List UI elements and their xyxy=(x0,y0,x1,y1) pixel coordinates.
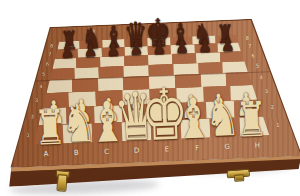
piece-black-pawn-e7: ♟ xyxy=(152,37,166,58)
brass-latch-left xyxy=(51,170,75,196)
product-photo: AABBCCDDEEFFGGHH1122334455667788 ♜♞♝♛♚♝♞… xyxy=(0,0,300,196)
piece-black-pawn-c7: ♟ xyxy=(106,39,120,60)
chess-set-photo: AABBCCDDEEFFGGHH1122334455667788 ♜♞♝♛♚♝♞… xyxy=(0,0,300,196)
brass-latch-right xyxy=(226,166,253,182)
rank-label-right-4: 4 xyxy=(260,75,263,80)
piece-white-rook-h1: ♜ xyxy=(235,95,269,144)
rank-label-left-5: 5 xyxy=(43,72,46,77)
rank-label-right-8: 8 xyxy=(245,35,248,40)
pieces-layer: ♜♞♝♛♚♝♞♜♟♟♟♟♟♟♟♟♟♟♟♟♟♟♟♟♜♞♝♛♚♝♞♜ xyxy=(0,0,296,6)
latch-hook xyxy=(56,174,67,192)
piece-black-pawn-f7: ♟ xyxy=(175,36,189,57)
piece-black-pawn-a7: ♟ xyxy=(60,41,74,62)
latch-hook xyxy=(234,174,244,182)
rank-label-right-2: 2 xyxy=(270,104,273,109)
rank-label-right-7: 7 xyxy=(248,43,251,48)
rank-label-left-7: 7 xyxy=(48,52,51,57)
rank-label-right-1: 1 xyxy=(277,122,280,127)
rank-label-right-6: 6 xyxy=(252,53,255,58)
rank-label-left-1: 1 xyxy=(26,133,29,138)
rank-label-left-4: 4 xyxy=(39,84,42,89)
square-g4 xyxy=(200,73,226,87)
chess-board xyxy=(0,0,296,6)
rank-label-left-6: 6 xyxy=(45,61,48,66)
piece-black-pawn-d7: ♟ xyxy=(129,38,143,59)
square-h4 xyxy=(226,72,252,86)
rank-label-right-5: 5 xyxy=(255,63,258,68)
piece-black-pawn-b7: ♟ xyxy=(83,40,97,61)
square-a4 xyxy=(46,79,72,93)
board-coordinates: AABBCCDDEEFFGGHH1122334455667788 xyxy=(0,0,296,6)
piece-black-pawn-g7: ♟ xyxy=(198,35,212,56)
piece-black-pawn-h7: ♟ xyxy=(221,34,235,55)
rank-label-left-8: 8 xyxy=(50,43,53,48)
